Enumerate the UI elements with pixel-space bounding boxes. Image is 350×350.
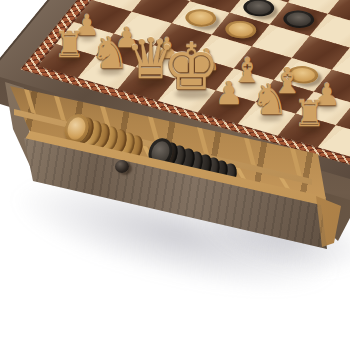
white-rook-g1: ♜ bbox=[293, 96, 325, 132]
white-pawn-e1: ♟ bbox=[215, 77, 244, 109]
chess-checkers-set-photo: ♟♟♜♟♞♟♛♝♚♝♟♟♞♜ bbox=[0, 0, 350, 350]
white-knight-f1: ♞ bbox=[251, 79, 289, 121]
white-king-d1: ♚ bbox=[163, 35, 220, 99]
drawer-knob bbox=[115, 160, 129, 173]
white-rook-a1: ♜ bbox=[53, 27, 85, 63]
white-knight-b1: ♞ bbox=[90, 31, 129, 75]
